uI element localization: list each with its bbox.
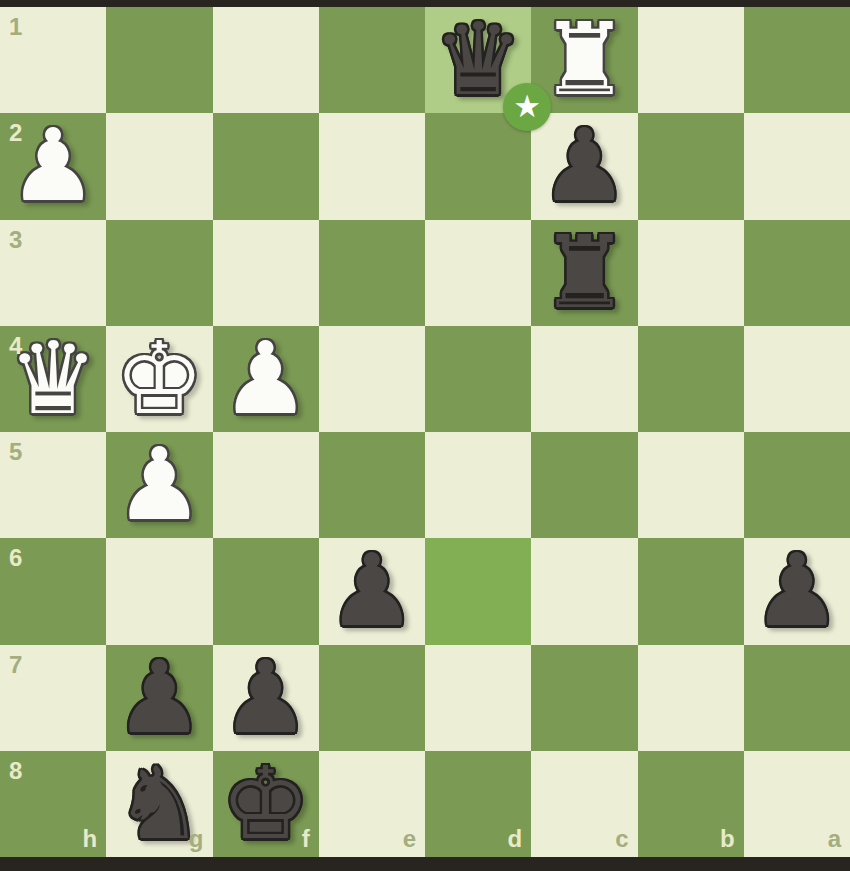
- square-h3[interactable]: 3: [0, 220, 106, 326]
- square-e3[interactable]: [319, 220, 425, 326]
- square-c4[interactable]: [531, 326, 637, 432]
- square-e8[interactable]: e: [319, 751, 425, 857]
- square-b4[interactable]: [638, 326, 744, 432]
- square-g6[interactable]: [106, 538, 212, 644]
- square-c7[interactable]: [531, 645, 637, 751]
- square-h5[interactable]: 5: [0, 432, 106, 538]
- square-e2[interactable]: [319, 113, 425, 219]
- square-g1[interactable]: [106, 7, 212, 113]
- square-f1[interactable]: [213, 7, 319, 113]
- square-e6[interactable]: ♟: [319, 538, 425, 644]
- square-g2[interactable]: [106, 113, 212, 219]
- piece-wk-g4[interactable]: ♚: [106, 326, 212, 432]
- file-label-e: e: [403, 825, 416, 853]
- piece-bn-g8[interactable]: ♞: [106, 751, 212, 857]
- square-f6[interactable]: [213, 538, 319, 644]
- square-a6[interactable]: ♟: [744, 538, 850, 644]
- square-f8[interactable]: ♚f: [213, 751, 319, 857]
- square-c2[interactable]: ♟: [531, 113, 637, 219]
- square-a8[interactable]: a: [744, 751, 850, 857]
- square-b8[interactable]: b: [638, 751, 744, 857]
- square-d2[interactable]: [425, 113, 531, 219]
- square-g7[interactable]: ♟: [106, 645, 212, 751]
- square-h6[interactable]: 6: [0, 538, 106, 644]
- rank-label-7: 7: [9, 651, 22, 679]
- piece-br-c3[interactable]: ♜: [531, 220, 637, 326]
- file-label-a: a: [828, 825, 841, 853]
- rank-label-1: 1: [9, 13, 22, 41]
- square-d8[interactable]: d: [425, 751, 531, 857]
- piece-wp-h2[interactable]: ♟: [0, 113, 106, 219]
- square-f2[interactable]: [213, 113, 319, 219]
- square-d5[interactable]: [425, 432, 531, 538]
- piece-bk-f8[interactable]: ♚: [213, 751, 319, 857]
- square-c6[interactable]: [531, 538, 637, 644]
- square-a2[interactable]: [744, 113, 850, 219]
- square-c8[interactable]: c: [531, 751, 637, 857]
- file-label-h: h: [83, 825, 98, 853]
- square-b2[interactable]: [638, 113, 744, 219]
- square-a3[interactable]: [744, 220, 850, 326]
- rank-label-6: 6: [9, 544, 22, 572]
- square-b1[interactable]: [638, 7, 744, 113]
- square-d6[interactable]: [425, 538, 531, 644]
- square-a5[interactable]: [744, 432, 850, 538]
- piece-wp-f4[interactable]: ♟: [213, 326, 319, 432]
- square-f7[interactable]: ♟: [213, 645, 319, 751]
- piece-bp-f7[interactable]: ♟: [213, 645, 319, 751]
- square-d1[interactable]: ♛★: [425, 7, 531, 113]
- chess-board: 1♛★♜♟2♟3♜♛4♚♟5♟6♟♟7♟♟8h♞g♚fedcba: [0, 7, 850, 857]
- square-c5[interactable]: [531, 432, 637, 538]
- piece-bp-c2[interactable]: ♟: [531, 113, 637, 219]
- square-e1[interactable]: [319, 7, 425, 113]
- piece-bp-g7[interactable]: ♟: [106, 645, 212, 751]
- square-d4[interactable]: [425, 326, 531, 432]
- square-g3[interactable]: [106, 220, 212, 326]
- square-f4[interactable]: ♟: [213, 326, 319, 432]
- square-b5[interactable]: [638, 432, 744, 538]
- rank-label-3: 3: [9, 226, 22, 254]
- square-b6[interactable]: [638, 538, 744, 644]
- file-label-b: b: [720, 825, 735, 853]
- square-g4[interactable]: ♚: [106, 326, 212, 432]
- square-h2[interactable]: ♟2: [0, 113, 106, 219]
- square-c3[interactable]: ♜: [531, 220, 637, 326]
- square-g5[interactable]: ♟: [106, 432, 212, 538]
- square-d3[interactable]: [425, 220, 531, 326]
- star-icon: ★: [513, 91, 541, 122]
- piece-bp-a6[interactable]: ♟: [744, 538, 850, 644]
- square-e5[interactable]: [319, 432, 425, 538]
- square-h8[interactable]: 8h: [0, 751, 106, 857]
- piece-wp-g5[interactable]: ♟: [106, 432, 212, 538]
- file-label-d: d: [508, 825, 523, 853]
- square-h1[interactable]: 1: [0, 7, 106, 113]
- rank-label-5: 5: [9, 438, 22, 466]
- square-b7[interactable]: [638, 645, 744, 751]
- piece-bp-e6[interactable]: ♟: [319, 538, 425, 644]
- square-b3[interactable]: [638, 220, 744, 326]
- square-h4[interactable]: ♛4: [0, 326, 106, 432]
- square-h7[interactable]: 7: [0, 645, 106, 751]
- square-f5[interactable]: [213, 432, 319, 538]
- square-g8[interactable]: ♞g: [106, 751, 212, 857]
- square-f3[interactable]: [213, 220, 319, 326]
- square-a7[interactable]: [744, 645, 850, 751]
- square-a1[interactable]: [744, 7, 850, 113]
- app-frame: 1♛★♜♟2♟3♜♛4♚♟5♟6♟♟7♟♟8h♞g♚fedcba: [0, 0, 850, 871]
- piece-wq-h4[interactable]: ♛: [0, 326, 106, 432]
- square-d7[interactable]: [425, 645, 531, 751]
- rank-label-8: 8: [9, 757, 22, 785]
- square-e4[interactable]: [319, 326, 425, 432]
- square-e7[interactable]: [319, 645, 425, 751]
- square-a4[interactable]: [744, 326, 850, 432]
- file-label-c: c: [615, 825, 628, 853]
